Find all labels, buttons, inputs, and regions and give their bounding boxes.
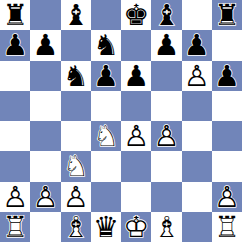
square-a6[interactable] <box>0 61 30 91</box>
white-pawn[interactable]: ♟♙ <box>61 182 91 212</box>
square-f1[interactable]: ♝♗ <box>151 212 181 242</box>
square-e1[interactable]: ♚♔ <box>121 212 151 242</box>
square-d3[interactable] <box>91 151 121 181</box>
square-f5[interactable] <box>151 91 181 121</box>
white-pawn-halo: ♟ <box>30 182 60 212</box>
square-f8[interactable]: ♝♝ <box>151 0 181 30</box>
square-h2[interactable]: ♟♙ <box>212 182 242 212</box>
square-h8[interactable]: ♜♜ <box>212 0 242 30</box>
white-pawn-halo: ♟ <box>212 182 242 212</box>
square-e3[interactable] <box>121 151 151 181</box>
black-rook-glyph: ♜ <box>212 0 242 30</box>
white-bishop[interactable]: ♝♗ <box>61 212 91 242</box>
white-knight-glyph: ♘ <box>61 151 91 181</box>
black-knight-glyph: ♞ <box>61 61 91 91</box>
black-pawn-glyph: ♟ <box>151 30 181 60</box>
square-a2[interactable]: ♟♙ <box>0 182 30 212</box>
white-knight[interactable]: ♞♘ <box>91 121 121 151</box>
square-h4[interactable] <box>212 121 242 151</box>
square-a3[interactable] <box>0 151 30 181</box>
white-pawn-glyph: ♙ <box>30 182 60 212</box>
black-pawn[interactable]: ♟♟ <box>151 30 181 60</box>
square-e4[interactable]: ♟♙ <box>121 121 151 151</box>
black-knight[interactable]: ♞♞ <box>61 61 91 91</box>
white-rook-glyph: ♖ <box>0 212 30 242</box>
white-rook-halo: ♜ <box>0 212 30 242</box>
black-king-glyph: ♚ <box>121 0 151 30</box>
square-d1[interactable]: ♛♛ <box>91 212 121 242</box>
square-g7[interactable]: ♟♟ <box>182 30 212 60</box>
white-king-glyph: ♔ <box>121 212 151 242</box>
white-pawn-halo: ♟ <box>182 61 212 91</box>
square-c4[interactable] <box>61 121 91 151</box>
black-bishop-glyph: ♝ <box>61 0 91 30</box>
black-queen[interactable]: ♛♛ <box>91 212 121 242</box>
square-b1[interactable] <box>30 212 60 242</box>
square-b3[interactable] <box>30 151 60 181</box>
black-queen-glyph: ♛ <box>91 212 121 242</box>
black-rook[interactable]: ♜♜ <box>212 0 242 30</box>
square-a8[interactable]: ♜♜ <box>0 0 30 30</box>
square-g5[interactable] <box>182 91 212 121</box>
square-g1[interactable] <box>182 212 212 242</box>
black-king-halo: ♚ <box>121 0 151 30</box>
square-b5[interactable] <box>30 91 60 121</box>
black-pawn[interactable]: ♟♟ <box>0 30 30 60</box>
white-knight[interactable]: ♞♘ <box>61 151 91 181</box>
white-pawn-glyph: ♙ <box>182 61 212 91</box>
square-e5[interactable] <box>121 91 151 121</box>
white-bishop-glyph: ♗ <box>151 212 181 242</box>
black-pawn-halo: ♟ <box>182 30 212 60</box>
white-pawn[interactable]: ♟♙ <box>151 121 181 151</box>
white-king-halo: ♚ <box>121 212 151 242</box>
square-h6[interactable]: ♟♟ <box>212 61 242 91</box>
black-knight[interactable]: ♞♞ <box>91 30 121 60</box>
square-e7[interactable] <box>121 30 151 60</box>
black-pawn-glyph: ♟ <box>212 61 242 91</box>
chess-board: ♜♜♝♝♚♚♝♝♜♜♟♟♟♟♞♞♟♟♟♟♞♞♟♟♟♟♟♙♟♟♞♘♟♙♟♙♞♘♟♙… <box>0 0 242 242</box>
black-pawn-glyph: ♟ <box>121 61 151 91</box>
square-h5[interactable] <box>212 91 242 121</box>
white-pawn-halo: ♟ <box>61 182 91 212</box>
black-knight-glyph: ♞ <box>91 30 121 60</box>
white-pawn-glyph: ♙ <box>61 182 91 212</box>
white-king[interactable]: ♚♔ <box>121 212 151 242</box>
white-pawn[interactable]: ♟♙ <box>212 182 242 212</box>
square-a4[interactable] <box>0 121 30 151</box>
square-d8[interactable] <box>91 0 121 30</box>
square-e8[interactable]: ♚♚ <box>121 0 151 30</box>
square-f4[interactable]: ♟♙ <box>151 121 181 151</box>
square-h1[interactable]: ♜♖ <box>212 212 242 242</box>
black-pawn-halo: ♟ <box>30 30 60 60</box>
white-pawn[interactable]: ♟♙ <box>121 121 151 151</box>
black-bishop-glyph: ♝ <box>151 0 181 30</box>
black-pawn[interactable]: ♟♟ <box>121 61 151 91</box>
square-g4[interactable] <box>182 121 212 151</box>
square-b6[interactable] <box>30 61 60 91</box>
white-pawn-glyph: ♙ <box>151 121 181 151</box>
black-pawn-halo: ♟ <box>151 30 181 60</box>
white-pawn-glyph: ♙ <box>121 121 151 151</box>
square-e2[interactable] <box>121 182 151 212</box>
white-bishop-glyph: ♗ <box>61 212 91 242</box>
black-pawn-glyph: ♟ <box>182 30 212 60</box>
square-f7[interactable]: ♟♟ <box>151 30 181 60</box>
white-pawn[interactable]: ♟♙ <box>0 182 30 212</box>
square-c6[interactable]: ♞♞ <box>61 61 91 91</box>
square-h3[interactable] <box>212 151 242 181</box>
square-d4[interactable]: ♞♘ <box>91 121 121 151</box>
white-knight-halo: ♞ <box>61 151 91 181</box>
white-pawn-halo: ♟ <box>121 121 151 151</box>
black-pawn-glyph: ♟ <box>91 61 121 91</box>
black-pawn-halo: ♟ <box>212 61 242 91</box>
square-b4[interactable] <box>30 121 60 151</box>
square-c3[interactable]: ♞♘ <box>61 151 91 181</box>
square-a1[interactable]: ♜♖ <box>0 212 30 242</box>
black-pawn-halo: ♟ <box>91 61 121 91</box>
white-knight-glyph: ♘ <box>91 121 121 151</box>
white-pawn[interactable]: ♟♙ <box>182 61 212 91</box>
white-bishop-halo: ♝ <box>61 212 91 242</box>
square-c2[interactable]: ♟♙ <box>61 182 91 212</box>
black-rook[interactable]: ♜♜ <box>0 0 30 30</box>
white-rook[interactable]: ♜♖ <box>0 212 30 242</box>
square-c1[interactable]: ♝♗ <box>61 212 91 242</box>
black-pawn-glyph: ♟ <box>0 30 30 60</box>
black-pawn[interactable]: ♟♟ <box>212 61 242 91</box>
black-king[interactable]: ♚♚ <box>121 0 151 30</box>
square-e6[interactable]: ♟♟ <box>121 61 151 91</box>
square-d7[interactable]: ♞♞ <box>91 30 121 60</box>
black-pawn[interactable]: ♟♟ <box>30 30 60 60</box>
square-g8[interactable] <box>182 0 212 30</box>
black-pawn-halo: ♟ <box>121 61 151 91</box>
white-rook-halo: ♜ <box>212 212 242 242</box>
square-d6[interactable]: ♟♟ <box>91 61 121 91</box>
black-bishop-halo: ♝ <box>151 0 181 30</box>
black-pawn[interactable]: ♟♟ <box>91 61 121 91</box>
black-knight-halo: ♞ <box>61 61 91 91</box>
square-c7[interactable] <box>61 30 91 60</box>
white-pawn-glyph: ♙ <box>212 182 242 212</box>
square-b7[interactable]: ♟♟ <box>30 30 60 60</box>
square-c8[interactable]: ♝♝ <box>61 0 91 30</box>
white-rook-glyph: ♖ <box>212 212 242 242</box>
white-knight-halo: ♞ <box>91 121 121 151</box>
square-b2[interactable]: ♟♙ <box>30 182 60 212</box>
black-rook-glyph: ♜ <box>0 0 30 30</box>
white-pawn-glyph: ♙ <box>0 182 30 212</box>
white-bishop[interactable]: ♝♗ <box>151 212 181 242</box>
square-g2[interactable] <box>182 182 212 212</box>
square-a5[interactable] <box>0 91 30 121</box>
square-f2[interactable] <box>151 182 181 212</box>
square-c5[interactable] <box>61 91 91 121</box>
square-d5[interactable] <box>91 91 121 121</box>
white-pawn-halo: ♟ <box>0 182 30 212</box>
black-rook-halo: ♜ <box>0 0 30 30</box>
black-bishop[interactable]: ♝♝ <box>61 0 91 30</box>
white-pawn-halo: ♟ <box>151 121 181 151</box>
black-queen-halo: ♛ <box>91 212 121 242</box>
square-h7[interactable] <box>212 30 242 60</box>
square-b8[interactable] <box>30 0 60 30</box>
black-pawn[interactable]: ♟♟ <box>182 30 212 60</box>
square-a7[interactable]: ♟♟ <box>0 30 30 60</box>
square-f6[interactable] <box>151 61 181 91</box>
black-bishop-halo: ♝ <box>61 0 91 30</box>
black-pawn-glyph: ♟ <box>30 30 60 60</box>
black-pawn-halo: ♟ <box>0 30 30 60</box>
black-knight-halo: ♞ <box>91 30 121 60</box>
square-g6[interactable]: ♟♙ <box>182 61 212 91</box>
white-rook[interactable]: ♜♖ <box>212 212 242 242</box>
white-bishop-halo: ♝ <box>151 212 181 242</box>
black-bishop[interactable]: ♝♝ <box>151 0 181 30</box>
square-g3[interactable] <box>182 151 212 181</box>
white-pawn[interactable]: ♟♙ <box>30 182 60 212</box>
black-rook-halo: ♜ <box>212 0 242 30</box>
square-d2[interactable] <box>91 182 121 212</box>
square-f3[interactable] <box>151 151 181 181</box>
